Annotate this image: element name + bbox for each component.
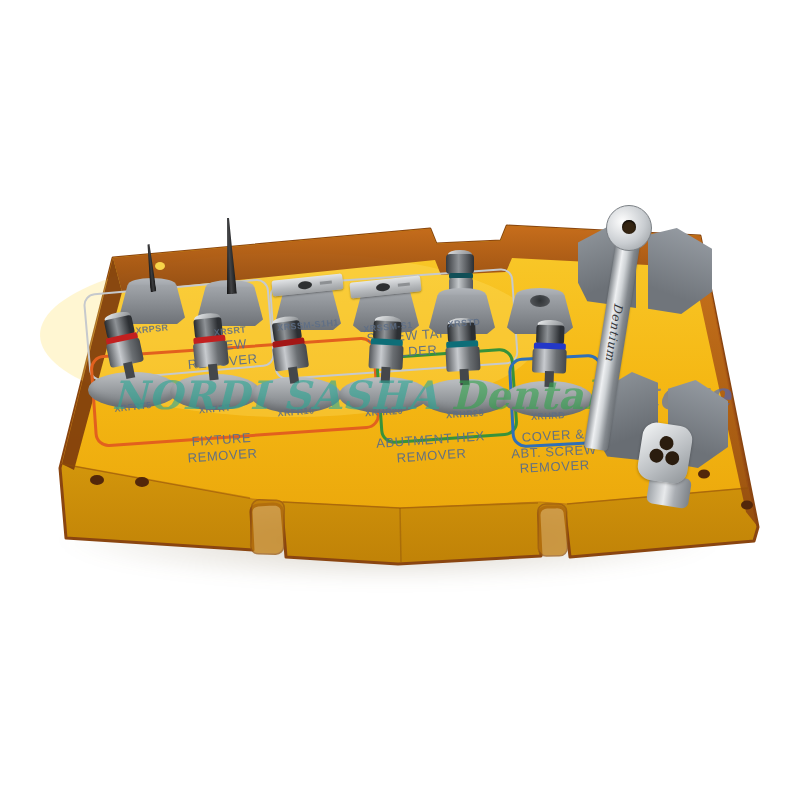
product-photo: XRPSR XRSRT XRSSM-S1H1 XRSSM-S1 XRSTD SC… <box>0 0 800 800</box>
tray-hole <box>698 470 710 479</box>
hex-driver-body <box>532 348 567 373</box>
hex-driver-body <box>368 344 403 370</box>
tray-hole <box>90 475 104 485</box>
clover-hole <box>648 448 664 464</box>
hex-driver-head <box>536 325 565 345</box>
tray-hole <box>135 477 149 487</box>
tray-hole <box>741 501 753 510</box>
hex-bit-head <box>446 254 474 274</box>
tray-front-seam <box>400 508 401 562</box>
plate-engraving <box>398 282 410 286</box>
holder-socket-hole <box>530 295 550 307</box>
plate-hole <box>376 283 391 292</box>
wrench-head-round <box>606 205 652 251</box>
clover-hole <box>659 435 675 451</box>
wrench-brand-text: Dentium <box>602 302 625 363</box>
clover-hole <box>664 450 680 466</box>
label-line: REMOVER <box>519 457 590 476</box>
watermark-word: NORDI SASHA <box>112 372 439 418</box>
tray-rim-dot <box>155 262 165 270</box>
plate-hole <box>298 281 313 290</box>
tray-notch-right <box>538 504 568 556</box>
wrench-head-square <box>636 420 694 485</box>
wrench-head-hole <box>622 220 636 234</box>
tray-notch-left <box>251 500 285 555</box>
plate-engraving <box>320 280 332 284</box>
watermark-word: Dental <box>451 372 599 418</box>
